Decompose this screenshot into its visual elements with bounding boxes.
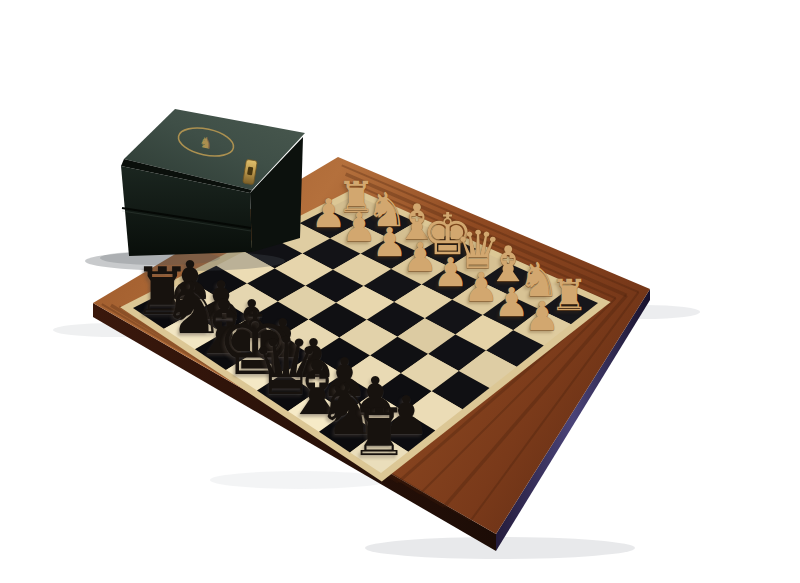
piece-white-pawn[interactable]: ♟ [524,297,560,337]
product-photo: ♞ ♜♞♝♚♛♝♞♜♟♟♟♟♟♟♟♟♟♟♟♟♟♟♟♟♜♞♝♚♛♝♞♜ [0,0,800,583]
chess-board-scene: ♞ [0,0,800,583]
piece-black-rook[interactable]: ♜ [350,400,409,465]
